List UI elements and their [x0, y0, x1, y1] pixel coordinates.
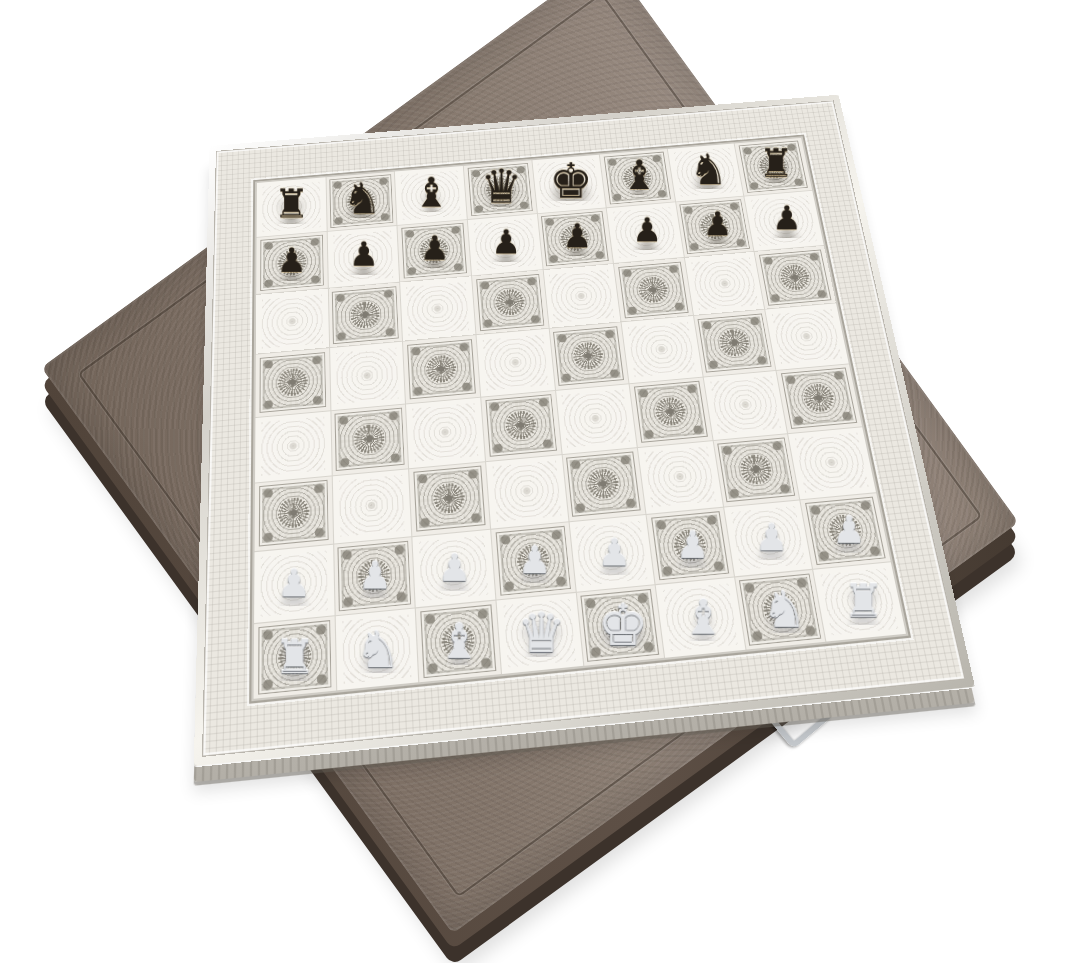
light-square-etching — [628, 322, 696, 378]
square-f3[interactable] — [638, 441, 723, 514]
square-h5[interactable] — [766, 304, 849, 370]
light-square-etching — [492, 461, 561, 523]
board-grid: ♜♞♝♛♚♝♞♜♟♟♟♟♟♟♟♟♟♟♟♟♟♟♟♟♜♞♝♛♚♝♞♜ — [254, 138, 906, 699]
light-square-etching — [339, 475, 406, 537]
dark-square-rosette — [618, 261, 689, 318]
square-f1[interactable]: ♝ — [656, 577, 745, 657]
square-c4[interactable] — [406, 397, 485, 468]
dark-square-rosette — [718, 437, 796, 502]
square-e4[interactable] — [556, 384, 637, 454]
light-square-etching — [261, 416, 325, 476]
dark-square-rosette — [407, 339, 476, 400]
light-square-etching — [336, 347, 399, 404]
square-d1[interactable]: ♛ — [496, 593, 582, 674]
dark-square-rosette — [335, 407, 405, 471]
light-square-etching — [772, 309, 842, 364]
square-g4[interactable] — [703, 370, 787, 439]
dark-square-rosette — [634, 381, 708, 444]
light-square-etching — [262, 294, 323, 349]
square-h2[interactable]: ♟ — [801, 493, 891, 569]
light-square-etching — [562, 389, 630, 448]
dark-square-rosette — [698, 313, 772, 373]
square-b7[interactable]: ♟ — [327, 226, 399, 288]
dark-square-rosette — [259, 352, 326, 413]
square-e2[interactable]: ♟ — [569, 515, 655, 592]
square-a5[interactable] — [255, 349, 330, 417]
light-square-etching — [645, 446, 716, 507]
chess-board: ♜♞♝♛♚♝♞♜♟♟♟♟♟♟♟♟♟♟♟♟♟♟♟♟♜♞♝♛♚♝♞♜ — [194, 95, 975, 766]
square-d3[interactable] — [486, 455, 568, 529]
square-a3[interactable] — [255, 476, 333, 551]
square-d4[interactable] — [481, 391, 561, 461]
square-a6[interactable] — [256, 289, 329, 354]
square-g2[interactable]: ♟ — [724, 500, 812, 576]
square-f5[interactable] — [622, 316, 703, 382]
square-f4[interactable] — [630, 377, 713, 447]
product-photo-scene: ♜♞♝♛♚♝♞♜♟♟♟♟♟♟♟♟♟♟♟♟♟♟♟♟♜♞♝♛♚♝♞♜ — [0, 0, 1080, 963]
square-g1[interactable]: ♞ — [735, 570, 826, 650]
dark-square-rosette — [476, 274, 545, 332]
square-a1[interactable]: ♜ — [254, 616, 336, 698]
square-d2[interactable]: ♟ — [491, 522, 575, 599]
board-ornate-border: ♜♞♝♛♚♝♞♜♟♟♟♟♟♟♟♟♟♟♟♟♟♟♟♟♜♞♝♛♚♝♞♜ — [202, 100, 966, 756]
square-a2[interactable]: ♟ — [254, 544, 334, 622]
square-d6[interactable] — [472, 270, 548, 334]
square-c5[interactable] — [403, 336, 480, 403]
dark-square-rosette — [553, 326, 624, 386]
light-square-etching — [549, 269, 614, 323]
square-g3[interactable] — [713, 434, 799, 507]
square-e3[interactable] — [562, 448, 645, 521]
square-f6[interactable] — [614, 258, 693, 322]
dark-square-rosette — [259, 480, 329, 547]
square-b5[interactable] — [330, 342, 405, 410]
square-b3[interactable] — [332, 469, 411, 543]
square-c7[interactable]: ♟ — [398, 220, 471, 282]
square-g7[interactable]: ♟ — [676, 197, 754, 258]
square-e1[interactable]: ♚ — [576, 585, 664, 666]
square-h1[interactable]: ♜ — [814, 562, 906, 641]
dark-square-rosette — [485, 394, 557, 457]
square-d7[interactable]: ♟ — [468, 214, 542, 275]
square-a4[interactable] — [255, 411, 331, 482]
square-h3[interactable] — [788, 427, 875, 499]
square-h4[interactable] — [777, 364, 862, 433]
square-a7[interactable]: ♟ — [256, 232, 327, 294]
light-square-etching — [795, 433, 868, 494]
dark-square-rosette — [759, 249, 832, 306]
square-b6[interactable] — [328, 283, 402, 348]
dark-square-rosette — [413, 465, 486, 532]
square-g5[interactable] — [694, 310, 776, 376]
square-c2[interactable]: ♟ — [413, 530, 496, 608]
light-square-etching — [483, 334, 549, 390]
square-e7[interactable]: ♟ — [537, 208, 613, 269]
square-b4[interactable] — [331, 404, 408, 475]
square-h6[interactable] — [755, 246, 836, 309]
square-g6[interactable] — [685, 252, 765, 315]
square-c3[interactable] — [409, 462, 490, 536]
square-c6[interactable] — [400, 277, 475, 341]
square-b1[interactable]: ♞ — [335, 608, 418, 690]
dark-square-rosette — [566, 451, 641, 517]
square-c1[interactable]: ♝ — [416, 601, 501, 683]
light-square-etching — [412, 403, 478, 462]
dark-square-rosette — [332, 286, 398, 344]
square-h7[interactable]: ♟ — [745, 191, 824, 251]
square-d5[interactable] — [476, 329, 554, 396]
square-f7[interactable]: ♟ — [607, 202, 684, 263]
light-square-etching — [406, 282, 469, 336]
light-square-etching — [691, 257, 758, 310]
dark-square-rosette — [781, 367, 858, 429]
square-e5[interactable] — [549, 323, 628, 390]
square-b2[interactable]: ♟ — [334, 537, 415, 615]
square-f2[interactable]: ♟ — [647, 507, 734, 583]
square-e6[interactable] — [543, 264, 620, 328]
light-square-etching — [710, 376, 781, 434]
